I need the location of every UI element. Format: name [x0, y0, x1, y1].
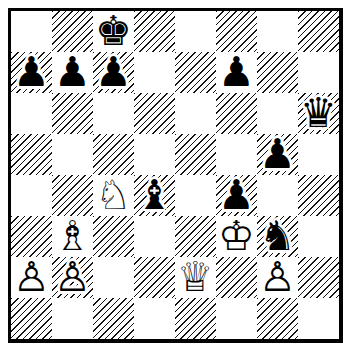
- square-f3[interactable]: ♔: [216, 216, 257, 257]
- square-d3[interactable]: [134, 216, 175, 257]
- square-c7[interactable]: ♟: [93, 52, 134, 93]
- black-pawn-f7[interactable]: ♟: [218, 52, 255, 93]
- square-f6[interactable]: [216, 93, 257, 134]
- square-b1[interactable]: [52, 298, 93, 339]
- square-b7[interactable]: ♟: [52, 52, 93, 93]
- square-c8[interactable]: ♚: [93, 11, 134, 52]
- square-c2[interactable]: [93, 257, 134, 298]
- square-f2[interactable]: [216, 257, 257, 298]
- square-d5[interactable]: [134, 134, 175, 175]
- square-e3[interactable]: [175, 216, 216, 257]
- black-pawn-c7[interactable]: ♟: [95, 52, 132, 93]
- square-f8[interactable]: [216, 11, 257, 52]
- square-h1[interactable]: [298, 298, 339, 339]
- square-a2[interactable]: ♙: [11, 257, 52, 298]
- square-f7[interactable]: ♟: [216, 52, 257, 93]
- square-a5[interactable]: [11, 134, 52, 175]
- square-d8[interactable]: [134, 11, 175, 52]
- square-f4[interactable]: ♟: [216, 175, 257, 216]
- square-g8[interactable]: [257, 11, 298, 52]
- black-bishop-d4[interactable]: ♝: [136, 175, 173, 216]
- square-h6[interactable]: ♛: [298, 93, 339, 134]
- square-d2[interactable]: [134, 257, 175, 298]
- square-a6[interactable]: [11, 93, 52, 134]
- square-a1[interactable]: [11, 298, 52, 339]
- square-a4[interactable]: [11, 175, 52, 216]
- square-e5[interactable]: [175, 134, 216, 175]
- black-pawn-a7[interactable]: ♟: [13, 52, 50, 93]
- square-d6[interactable]: [134, 93, 175, 134]
- chess-board: ♚♟♟♟♟♛♟♘♝♟♗♔♞♙♙♕♙: [8, 8, 343, 343]
- black-pawn-g5[interactable]: ♟: [259, 134, 296, 175]
- square-e6[interactable]: [175, 93, 216, 134]
- square-g7[interactable]: [257, 52, 298, 93]
- square-a3[interactable]: [11, 216, 52, 257]
- white-king-f3[interactable]: ♔: [218, 216, 255, 257]
- board-grid: ♚♟♟♟♟♛♟♘♝♟♗♔♞♙♙♕♙: [11, 11, 339, 339]
- square-g1[interactable]: [257, 298, 298, 339]
- black-knight-g3[interactable]: ♞: [259, 216, 296, 257]
- black-queen-h6[interactable]: ♛: [300, 93, 337, 134]
- square-b8[interactable]: [52, 11, 93, 52]
- square-b3[interactable]: ♗: [52, 216, 93, 257]
- square-h4[interactable]: [298, 175, 339, 216]
- square-c1[interactable]: [93, 298, 134, 339]
- square-b5[interactable]: [52, 134, 93, 175]
- square-c6[interactable]: [93, 93, 134, 134]
- white-queen-e2[interactable]: ♕: [177, 257, 214, 298]
- square-a7[interactable]: ♟: [11, 52, 52, 93]
- square-g2[interactable]: ♙: [257, 257, 298, 298]
- square-c4[interactable]: ♘: [93, 175, 134, 216]
- square-h2[interactable]: [298, 257, 339, 298]
- square-g5[interactable]: ♟: [257, 134, 298, 175]
- square-d4[interactable]: ♝: [134, 175, 175, 216]
- square-e2[interactable]: ♕: [175, 257, 216, 298]
- square-e8[interactable]: [175, 11, 216, 52]
- square-f5[interactable]: [216, 134, 257, 175]
- square-b6[interactable]: [52, 93, 93, 134]
- square-g6[interactable]: [257, 93, 298, 134]
- square-e1[interactable]: [175, 298, 216, 339]
- square-b2[interactable]: ♙: [52, 257, 93, 298]
- square-g3[interactable]: ♞: [257, 216, 298, 257]
- chess-diagram-page: ♚♟♟♟♟♛♟♘♝♟♗♔♞♙♙♕♙: [0, 0, 350, 350]
- square-h7[interactable]: [298, 52, 339, 93]
- white-pawn-g2[interactable]: ♙: [259, 257, 296, 298]
- square-h8[interactable]: [298, 11, 339, 52]
- white-knight-c4[interactable]: ♘: [95, 175, 132, 216]
- square-g4[interactable]: [257, 175, 298, 216]
- black-pawn-f4[interactable]: ♟: [218, 175, 255, 216]
- square-h3[interactable]: [298, 216, 339, 257]
- white-pawn-a2[interactable]: ♙: [13, 257, 50, 298]
- square-d1[interactable]: [134, 298, 175, 339]
- square-b4[interactable]: [52, 175, 93, 216]
- square-c5[interactable]: [93, 134, 134, 175]
- square-a8[interactable]: [11, 11, 52, 52]
- square-d7[interactable]: [134, 52, 175, 93]
- square-f1[interactable]: [216, 298, 257, 339]
- white-bishop-b3[interactable]: ♗: [54, 216, 91, 257]
- square-c3[interactable]: [93, 216, 134, 257]
- square-h5[interactable]: [298, 134, 339, 175]
- black-king-c8[interactable]: ♚: [95, 11, 132, 52]
- square-e4[interactable]: [175, 175, 216, 216]
- black-pawn-b7[interactable]: ♟: [54, 52, 91, 93]
- white-pawn-b2[interactable]: ♙: [54, 257, 91, 298]
- square-e7[interactable]: [175, 52, 216, 93]
